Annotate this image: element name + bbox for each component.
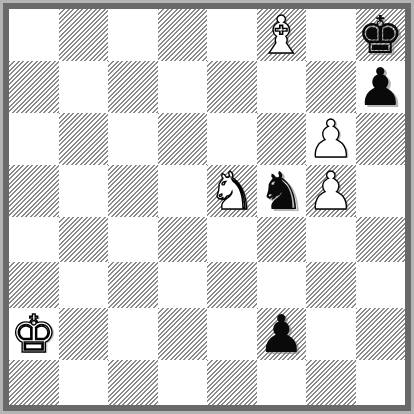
square-e2[interactable] xyxy=(207,308,257,360)
square-a6[interactable] xyxy=(9,113,59,165)
square-c5[interactable] xyxy=(108,165,158,217)
square-c3[interactable] xyxy=(108,262,158,307)
square-f3[interactable] xyxy=(257,262,307,307)
piece-black-king[interactable]: ♚ xyxy=(357,9,404,61)
square-d3[interactable] xyxy=(158,262,208,307)
chess-diagram-frame: ♝♚♟♟♞♞♟♚♟ xyxy=(0,0,414,414)
square-e3[interactable] xyxy=(207,262,257,307)
square-b4[interactable] xyxy=(59,217,109,262)
square-a2[interactable]: ♚ xyxy=(9,308,59,360)
square-a3[interactable] xyxy=(9,262,59,307)
square-e6[interactable] xyxy=(207,113,257,165)
square-f7[interactable] xyxy=(257,61,307,113)
square-e5[interactable]: ♞ xyxy=(207,165,257,217)
square-d1[interactable] xyxy=(158,360,208,405)
square-c8[interactable] xyxy=(108,9,158,61)
square-a7[interactable] xyxy=(9,61,59,113)
square-f2[interactable]: ♟ xyxy=(257,308,307,360)
chess-board: ♝♚♟♟♞♞♟♚♟ xyxy=(9,9,405,405)
square-h4[interactable] xyxy=(356,217,406,262)
square-d4[interactable] xyxy=(158,217,208,262)
piece-white-pawn[interactable]: ♟ xyxy=(307,165,354,217)
square-f5[interactable]: ♞ xyxy=(257,165,307,217)
square-g5[interactable]: ♟ xyxy=(306,165,356,217)
square-f6[interactable] xyxy=(257,113,307,165)
square-a8[interactable] xyxy=(9,9,59,61)
piece-black-knight[interactable]: ♞ xyxy=(258,165,305,217)
square-c7[interactable] xyxy=(108,61,158,113)
square-c2[interactable] xyxy=(108,308,158,360)
square-f1[interactable] xyxy=(257,360,307,405)
square-h5[interactable] xyxy=(356,165,406,217)
square-b5[interactable] xyxy=(59,165,109,217)
square-g2[interactable] xyxy=(306,308,356,360)
square-c6[interactable] xyxy=(108,113,158,165)
square-d7[interactable] xyxy=(158,61,208,113)
square-c1[interactable] xyxy=(108,360,158,405)
square-b8[interactable] xyxy=(59,9,109,61)
square-h3[interactable] xyxy=(356,262,406,307)
square-b2[interactable] xyxy=(59,308,109,360)
square-c4[interactable] xyxy=(108,217,158,262)
square-b6[interactable] xyxy=(59,113,109,165)
square-d2[interactable] xyxy=(158,308,208,360)
square-d5[interactable] xyxy=(158,165,208,217)
square-h1[interactable] xyxy=(356,360,406,405)
square-e1[interactable] xyxy=(207,360,257,405)
square-d8[interactable] xyxy=(158,9,208,61)
square-e4[interactable] xyxy=(207,217,257,262)
square-g4[interactable] xyxy=(306,217,356,262)
square-e8[interactable] xyxy=(207,9,257,61)
square-g8[interactable] xyxy=(306,9,356,61)
piece-black-pawn[interactable]: ♟ xyxy=(258,308,305,360)
square-d6[interactable] xyxy=(158,113,208,165)
square-a1[interactable] xyxy=(9,360,59,405)
square-b3[interactable] xyxy=(59,262,109,307)
square-b7[interactable] xyxy=(59,61,109,113)
square-a4[interactable] xyxy=(9,217,59,262)
square-e7[interactable] xyxy=(207,61,257,113)
square-h8[interactable]: ♚ xyxy=(356,9,406,61)
piece-black-pawn[interactable]: ♟ xyxy=(357,61,404,113)
square-a5[interactable] xyxy=(9,165,59,217)
piece-white-bishop[interactable]: ♝ xyxy=(258,9,305,61)
square-h7[interactable]: ♟ xyxy=(356,61,406,113)
square-g6[interactable]: ♟ xyxy=(306,113,356,165)
piece-white-knight[interactable]: ♞ xyxy=(208,165,255,217)
square-h2[interactable] xyxy=(356,308,406,360)
piece-white-pawn[interactable]: ♟ xyxy=(307,113,354,165)
square-g7[interactable] xyxy=(306,61,356,113)
square-h6[interactable] xyxy=(356,113,406,165)
square-b1[interactable] xyxy=(59,360,109,405)
piece-white-king[interactable]: ♚ xyxy=(10,308,57,360)
square-f4[interactable] xyxy=(257,217,307,262)
square-g3[interactable] xyxy=(306,262,356,307)
square-g1[interactable] xyxy=(306,360,356,405)
square-f8[interactable]: ♝ xyxy=(257,9,307,61)
